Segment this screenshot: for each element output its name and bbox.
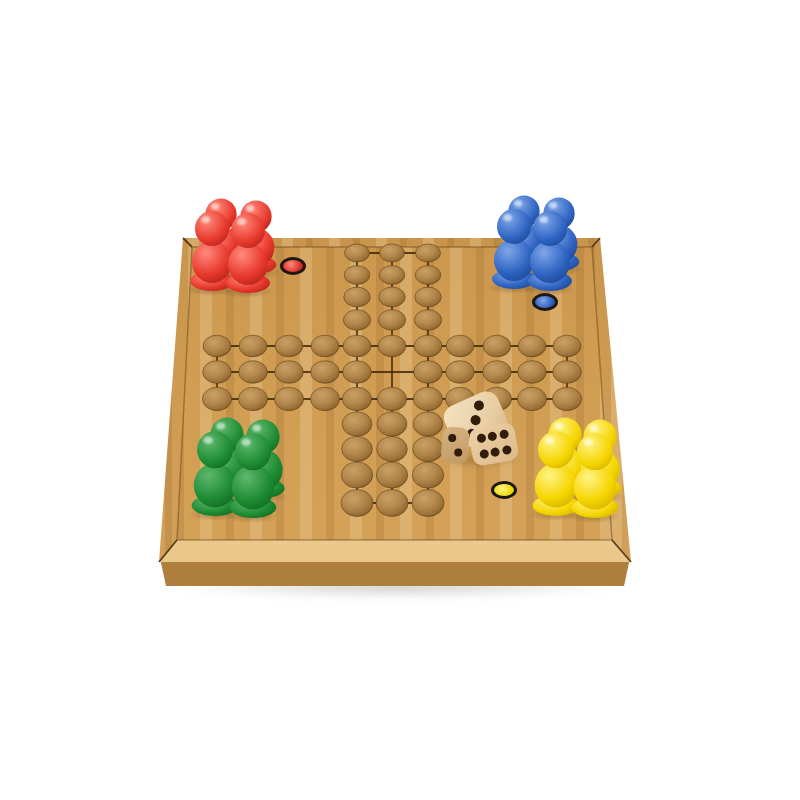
die[interactable] bbox=[438, 396, 519, 466]
die-pip bbox=[479, 449, 489, 459]
peg-shine bbox=[237, 218, 246, 225]
peg-body bbox=[535, 463, 577, 508]
die-pip bbox=[490, 447, 500, 457]
die-left-face bbox=[440, 426, 469, 464]
peg-shine bbox=[241, 439, 251, 446]
start-marker-yellow bbox=[491, 481, 517, 499]
die-right-face bbox=[468, 422, 520, 467]
peg-red-4[interactable] bbox=[228, 213, 268, 293]
die-pip bbox=[448, 434, 457, 443]
peg-shine bbox=[514, 200, 522, 206]
peg-shine bbox=[583, 439, 593, 446]
peg-body bbox=[574, 465, 616, 510]
peg-green-4[interactable] bbox=[232, 433, 274, 518]
peg-shine bbox=[246, 205, 254, 211]
peg-shine bbox=[549, 202, 557, 208]
peg-body bbox=[194, 463, 236, 508]
peg-blue-3[interactable] bbox=[494, 209, 534, 289]
peg-shine bbox=[544, 437, 554, 444]
peg-shine bbox=[539, 216, 548, 223]
die-pip bbox=[454, 448, 463, 457]
start-marker-red bbox=[280, 257, 306, 275]
die-pip bbox=[487, 431, 497, 441]
peg-head bbox=[235, 433, 271, 470]
peg-body bbox=[494, 239, 534, 281]
peg-head bbox=[231, 213, 265, 248]
peg-red-3[interactable] bbox=[192, 211, 232, 291]
die-pip bbox=[498, 429, 508, 439]
peg-shine bbox=[503, 214, 512, 221]
peg-head bbox=[497, 209, 531, 244]
peg-head bbox=[577, 433, 613, 470]
die-pip bbox=[473, 399, 486, 412]
peg-head bbox=[533, 211, 567, 246]
peg-shine bbox=[201, 216, 210, 223]
peg-blue-4[interactable] bbox=[530, 211, 570, 291]
die-pip bbox=[476, 433, 486, 443]
peg-body bbox=[530, 241, 570, 283]
peg-head bbox=[197, 431, 233, 468]
die-pip bbox=[469, 413, 482, 426]
peg-body bbox=[232, 465, 274, 510]
pieces-layer bbox=[0, 0, 800, 800]
peg-shine bbox=[216, 423, 225, 430]
peg-body bbox=[228, 243, 268, 285]
peg-body bbox=[192, 241, 232, 283]
peg-shine bbox=[203, 437, 213, 444]
die-pip bbox=[501, 445, 511, 455]
peg-yellow-4[interactable] bbox=[574, 433, 616, 518]
photo-scene bbox=[0, 0, 800, 800]
peg-shine bbox=[211, 203, 219, 209]
peg-yellow-3[interactable] bbox=[535, 431, 577, 516]
peg-shine bbox=[554, 423, 563, 430]
peg-shine bbox=[589, 425, 598, 432]
peg-shine bbox=[252, 425, 261, 432]
peg-head bbox=[195, 211, 229, 246]
peg-head bbox=[538, 431, 574, 468]
